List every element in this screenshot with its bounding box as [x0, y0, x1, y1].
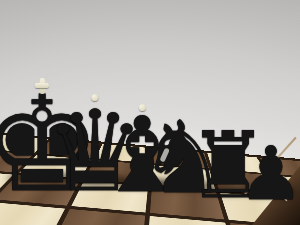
pawn-glyph: ♟ [238, 136, 300, 210]
scene: ♚ ♛ ♝ ♞ ♜ ♟ [0, 0, 300, 225]
black-pawn-piece: ♟ [238, 136, 300, 210]
